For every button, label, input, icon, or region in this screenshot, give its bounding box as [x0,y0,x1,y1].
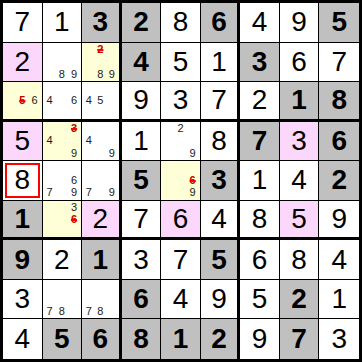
candidate-grid: 289 [83,44,118,81]
user-digit: 4 [252,8,268,36]
cell-r8c8[interactable]: 2 [280,280,320,320]
cell-r1c7[interactable]: 4 [240,3,280,43]
cell-r4c6[interactable]: 8 [201,122,241,162]
cell-r9c4[interactable]: 8 [122,319,162,359]
user-digit: 4 [173,285,189,313]
cell-r3c6[interactable]: 7 [201,82,241,122]
cell-r5c4[interactable]: 5 [122,161,162,201]
candidate-digit: 6 [68,174,80,186]
candidate-digit: 6 [28,95,40,107]
cell-r2c5[interactable]: 5 [161,43,201,83]
user-digit: 9 [133,86,149,114]
sudoku-board: 7132864952892894513675646459372185349491… [0,0,362,362]
candidate-digit: 4 [83,135,95,147]
user-digit: 4 [331,246,347,274]
cell-r1c9[interactable]: 5 [319,3,359,43]
user-digit: 4 [14,325,30,353]
user-digit: 7 [173,246,189,274]
cell-r4c3[interactable]: 49 [82,122,122,162]
given-digit: 1 [14,205,30,233]
given-digit: 1 [291,86,307,114]
candidate-digit-crossed: 5 [16,95,28,107]
user-digit: 2 [252,86,268,114]
cell-r2c2[interactable]: 89 [43,43,83,83]
cell-r8c3[interactable]: 78 [82,280,122,320]
user-digit: 4 [211,205,227,233]
cell-r9c5[interactable]: 1 [161,319,201,359]
given-digit: 3 [211,166,227,194]
cell-r9c1[interactable]: 4 [3,319,43,359]
cell-r6c9[interactable]: 9 [319,201,359,241]
cell-r8c9[interactable]: 1 [319,280,359,320]
cell-r1c1[interactable]: 7 [3,3,43,43]
cell-r2c4[interactable]: 4 [122,43,162,83]
cell-r8c6[interactable]: 9 [201,280,241,320]
cell-r1c3[interactable]: 3 [82,3,122,43]
given-digit: 7 [291,325,307,353]
given-digit: 6 [211,8,227,36]
given-digit: 8 [133,325,149,353]
candidate-digit: 7 [44,305,56,317]
given-digit: 3 [252,48,268,76]
cell-r1c6[interactable]: 6 [201,3,241,43]
cell-r2c7[interactable]: 3 [240,43,280,83]
candidate-digit-crossed: 2 [95,44,107,56]
cell-r8c7[interactable]: 5 [240,280,280,320]
cell-r5c6[interactable]: 3 [201,161,241,201]
user-digit: 3 [14,285,30,313]
candidate-grid: 29 [162,123,199,160]
given-digit: 5 [133,166,149,194]
user-digit: 8 [252,205,268,233]
cell-r9c8[interactable]: 7 [280,319,320,359]
user-digit: 4 [291,166,307,194]
user-digit: 3 [291,127,307,155]
cell-r7c6[interactable]: 5 [201,240,241,280]
candidate-digit: 9 [68,147,80,159]
cell-r8c5[interactable]: 4 [161,280,201,320]
user-digit: 7 [133,205,149,233]
cell-r7c7[interactable]: 6 [240,240,280,280]
cell-r6c8[interactable]: 5 [280,201,320,241]
user-digit: 2 [14,48,30,76]
candidate-grid: 49 [83,123,118,160]
user-digit: 3 [331,325,347,353]
candidate-digit: 9 [106,68,118,80]
candidate-digit: 8 [95,305,107,317]
given-digit: 2 [291,285,307,313]
cell-r6c2[interactable]: 36 [43,201,83,241]
candidate-digit: 4 [44,135,56,147]
user-digit: 7 [14,8,30,36]
cell-r3c8[interactable]: 1 [280,82,320,122]
cell-r7c4[interactable]: 3 [122,240,162,280]
candidate-digit: 4 [44,95,56,107]
user-digit: 8 [291,246,307,274]
candidate-digit: 3 [68,202,80,214]
candidate-digit: 4 [83,95,95,107]
candidate-digit: 6 [68,95,80,107]
cell-r6c7[interactable]: 8 [240,201,280,241]
user-digit: 7 [211,86,227,114]
cell-r4c8[interactable]: 3 [280,122,320,162]
cell-r5c2[interactable]: 679 [43,161,83,201]
candidate-grid: 56 [4,83,41,118]
candidate-grid: 679 [44,162,81,199]
user-digit: 7 [331,48,347,76]
cell-r1c4[interactable]: 2 [122,3,162,43]
given-digit: 2 [331,166,347,194]
cell-r4c9[interactable]: 6 [319,122,359,162]
cell-r5c7[interactable]: 1 [240,161,280,201]
cell-r3c1[interactable]: 56 [3,82,43,122]
cell-r7c9[interactable]: 4 [319,240,359,280]
user-digit: 9 [291,8,307,36]
given-digit: 6 [133,285,149,313]
cell-r5c5[interactable]: 69 [161,161,201,201]
candidate-digit-crossed: 6 [68,213,80,225]
user-digit: 5 [291,205,307,233]
user-digit: 1 [331,285,347,313]
user-digit: 1 [211,48,227,76]
given-digit: 5 [54,325,70,353]
user-digit: 9 [211,285,227,313]
user-digit: 6 [252,246,268,274]
cell-r6c1[interactable]: 1 [3,201,43,241]
cell-r8c2[interactable]: 78 [43,280,83,320]
candidate-digit: 7 [83,187,95,199]
cell-r2c8[interactable]: 6 [280,43,320,83]
user-digit: 9 [252,325,268,353]
cell-r2c1[interactable]: 2 [3,43,43,83]
cell-r6c6[interactable]: 4 [201,201,241,241]
given-digit: 3 [93,8,109,36]
cell-r3c4[interactable]: 9 [122,82,162,122]
given-digit: 2 [211,325,227,353]
cell-r4c7[interactable]: 7 [240,122,280,162]
cell-r7c8[interactable]: 8 [280,240,320,280]
cell-r2c3[interactable]: 289 [82,43,122,83]
candidate-digit: 8 [95,68,107,80]
candidate-grid: 36 [44,202,81,237]
given-digit: 2 [133,8,149,36]
given-digit: 6 [331,127,347,155]
user-digit: 1 [133,127,149,155]
candidate-digit: 9 [68,187,80,199]
given-digit: 6 [93,325,109,353]
user-digit: 5 [14,127,30,155]
candidate-digit: 5 [95,95,107,107]
given-digit: 4 [133,48,149,76]
user-digit: 3 [173,86,189,114]
cell-r4c4[interactable]: 1 [122,122,162,162]
given-digit: 5 [211,246,227,274]
user-digit: 5 [252,285,268,313]
candidate-digit: 2 [174,123,186,135]
user-digit: 2 [54,246,70,274]
candidate-grid: 349 [44,123,81,160]
user-digit: 8 [173,8,189,36]
cell-r9c6[interactable]: 2 [201,319,241,359]
cell-r7c1[interactable]: 9 [3,240,43,280]
cell-r5c8[interactable]: 4 [280,161,320,201]
cell-r9c2[interactable]: 5 [43,319,83,359]
candidate-grid: 79 [83,162,118,199]
cell-r3c7[interactable]: 2 [240,82,280,122]
candidate-digit: 8 [56,68,68,80]
cell-r7c5[interactable]: 7 [161,240,201,280]
user-digit: 1 [252,166,268,194]
cell-r7c3[interactable]: 1 [82,240,122,280]
user-digit: 2 [93,205,109,233]
user-digit: 8 [211,127,227,155]
cell-r2c9[interactable]: 7 [319,43,359,83]
candidate-grid: 69 [162,162,199,199]
given-digit: 5 [331,8,347,36]
cell-r5c3[interactable]: 79 [82,161,122,201]
cell-r7c2[interactable]: 2 [43,240,83,280]
candidate-digit: 9 [106,187,118,199]
user-digit: 9 [331,205,347,233]
user-digit: 5 [173,48,189,76]
user-digit: 6 [291,48,307,76]
candidate-digit: 7 [83,305,95,317]
candidate-grid: 45 [83,83,118,118]
candidate-digit: 7 [44,187,56,199]
cell-r3c5[interactable]: 3 [161,82,201,122]
cell-r1c8[interactable]: 9 [280,3,320,43]
candidate-digit-crossed: 6 [187,174,199,186]
cell-r6c3[interactable]: 2 [82,201,122,241]
cell-r3c2[interactable]: 46 [43,82,83,122]
candidate-grid: 46 [44,83,81,118]
given-digit: 8 [331,86,347,114]
cell-r1c2[interactable]: 1 [43,3,83,43]
cell-r5c1[interactable]: 8 [3,161,43,201]
candidate-grid: 78 [83,281,118,318]
user-digit: 1 [54,8,70,36]
cell-r9c7[interactable]: 9 [240,319,280,359]
user-digit: 6 [173,205,189,233]
candidate-digit-crossed: 3 [68,123,80,135]
cell-r6c4[interactable]: 7 [122,201,162,241]
given-digit: 9 [14,246,30,274]
cell-r9c3[interactable]: 6 [82,319,122,359]
cell-r4c5[interactable]: 29 [161,122,201,162]
user-digit: 3 [133,246,149,274]
cell-r4c2[interactable]: 349 [43,122,83,162]
cell-r5c9[interactable]: 2 [319,161,359,201]
candidate-digit: 9 [106,147,118,159]
cell-r3c9[interactable]: 8 [319,82,359,122]
cell-r1c5[interactable]: 8 [161,3,201,43]
candidate-digit: 9 [68,68,80,80]
candidate-grid: 89 [44,44,81,81]
candidate-digit: 9 [187,147,199,159]
given-digit: 1 [173,325,189,353]
given-digit: 7 [252,127,268,155]
candidate-grid: 78 [44,281,81,318]
cell-r6c5[interactable]: 6 [161,201,201,241]
cell-r8c4[interactable]: 6 [122,280,162,320]
given-digit: 1 [93,246,109,274]
candidate-digit: 8 [56,305,68,317]
user-digit: 8 [14,166,30,194]
cell-r4c1[interactable]: 5 [3,122,43,162]
cell-r2c6[interactable]: 1 [201,43,241,83]
cell-r3c3[interactable]: 45 [82,82,122,122]
cell-r8c1[interactable]: 3 [3,280,43,320]
cell-r9c9[interactable]: 3 [319,319,359,359]
candidate-digit: 9 [187,187,199,199]
